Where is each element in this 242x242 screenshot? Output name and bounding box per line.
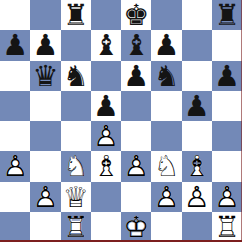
square-a5[interactable] <box>0 91 30 121</box>
piece-black-knight[interactable]: ♞ <box>61 61 91 91</box>
square-a6[interactable] <box>0 61 30 91</box>
square-c6[interactable]: ♞ <box>61 61 91 91</box>
piece-white-knight[interactable]: ♞♘ <box>61 151 91 181</box>
square-e5[interactable] <box>121 91 151 121</box>
piece-black-pawn[interactable]: ♟ <box>151 30 181 60</box>
square-a3[interactable]: ♟♙ <box>0 151 30 181</box>
square-b6[interactable]: ♛ <box>30 61 60 91</box>
piece-black-knight[interactable]: ♞ <box>151 61 181 91</box>
piece-white-knight[interactable]: ♞♘ <box>151 151 181 181</box>
square-e7[interactable]: ♝ <box>121 30 151 60</box>
piece-white-queen[interactable]: ♛♕ <box>61 182 91 212</box>
square-g2[interactable]: ♟♙ <box>182 182 212 212</box>
square-c1[interactable]: ♜♖ <box>61 212 91 242</box>
square-h6[interactable]: ♟ <box>212 61 242 91</box>
piece-black-bishop[interactable]: ♝ <box>121 30 151 60</box>
piece-black-rook[interactable]: ♜ <box>212 0 242 30</box>
square-h8[interactable]: ♜ <box>212 0 242 30</box>
piece-black-king[interactable]: ♚ <box>121 0 151 30</box>
square-a4[interactable] <box>0 121 30 151</box>
square-h3[interactable] <box>212 151 242 181</box>
chess-board: ♜♚♜♟♟♝♝♟♛♞♟♞♟♟♟♟♙♟♙♞♘♝♗♟♙♞♘♝♗♟♙♛♕♟♙♟♙♟♙♜… <box>0 0 242 242</box>
square-f2[interactable]: ♟♙ <box>151 182 181 212</box>
square-c2[interactable]: ♛♕ <box>61 182 91 212</box>
square-e2[interactable] <box>121 182 151 212</box>
square-c5[interactable] <box>61 91 91 121</box>
square-h4[interactable] <box>212 121 242 151</box>
square-f6[interactable]: ♞ <box>151 61 181 91</box>
piece-white-pawn[interactable]: ♟♙ <box>30 182 60 212</box>
square-d6[interactable] <box>91 61 121 91</box>
square-f8[interactable] <box>151 0 181 30</box>
square-h1[interactable]: ♜♖ <box>212 212 242 242</box>
square-f5[interactable] <box>151 91 181 121</box>
piece-white-pawn[interactable]: ♟♙ <box>91 121 121 151</box>
square-d5[interactable]: ♟ <box>91 91 121 121</box>
square-e4[interactable] <box>121 121 151 151</box>
square-g7[interactable] <box>182 30 212 60</box>
square-g6[interactable] <box>182 61 212 91</box>
square-g1[interactable] <box>182 212 212 242</box>
piece-white-pawn[interactable]: ♟♙ <box>121 151 151 181</box>
chess-board-wrap: ♜♚♜♟♟♝♝♟♛♞♟♞♟♟♟♟♙♟♙♞♘♝♗♟♙♞♘♝♗♟♙♛♕♟♙♟♙♟♙♜… <box>0 0 242 242</box>
square-h7[interactable] <box>212 30 242 60</box>
piece-white-pawn[interactable]: ♟♙ <box>212 182 242 212</box>
square-e6[interactable]: ♟ <box>121 61 151 91</box>
square-h5[interactable] <box>212 91 242 121</box>
piece-black-pawn[interactable]: ♟ <box>182 91 212 121</box>
square-d1[interactable] <box>91 212 121 242</box>
square-b5[interactable] <box>30 91 60 121</box>
square-c8[interactable]: ♜ <box>61 0 91 30</box>
piece-white-bishop[interactable]: ♝♗ <box>91 151 121 181</box>
piece-white-rook[interactable]: ♜♖ <box>61 212 91 242</box>
piece-black-pawn[interactable]: ♟ <box>0 30 30 60</box>
square-d8[interactable] <box>91 0 121 30</box>
square-f3[interactable]: ♞♘ <box>151 151 181 181</box>
square-c7[interactable] <box>61 30 91 60</box>
piece-white-rook[interactable]: ♜♖ <box>212 212 242 242</box>
square-b1[interactable] <box>30 212 60 242</box>
piece-white-pawn[interactable]: ♟♙ <box>182 182 212 212</box>
square-c4[interactable] <box>61 121 91 151</box>
square-e8[interactable]: ♚ <box>121 0 151 30</box>
piece-white-king[interactable]: ♚♔ <box>121 212 151 242</box>
square-b8[interactable] <box>30 0 60 30</box>
piece-black-pawn[interactable]: ♟ <box>121 61 151 91</box>
piece-black-queen[interactable]: ♛ <box>30 61 60 91</box>
piece-white-pawn[interactable]: ♟♙ <box>0 151 30 181</box>
square-g3[interactable]: ♝♗ <box>182 151 212 181</box>
piece-white-pawn[interactable]: ♟♙ <box>151 182 181 212</box>
piece-black-pawn[interactable]: ♟ <box>30 30 60 60</box>
square-c3[interactable]: ♞♘ <box>61 151 91 181</box>
square-a8[interactable] <box>0 0 30 30</box>
piece-black-bishop[interactable]: ♝ <box>91 30 121 60</box>
square-f4[interactable] <box>151 121 181 151</box>
square-d2[interactable] <box>91 182 121 212</box>
square-a7[interactable]: ♟ <box>0 30 30 60</box>
square-d7[interactable]: ♝ <box>91 30 121 60</box>
square-d3[interactable]: ♝♗ <box>91 151 121 181</box>
square-b4[interactable] <box>30 121 60 151</box>
square-f1[interactable] <box>151 212 181 242</box>
square-d4[interactable]: ♟♙ <box>91 121 121 151</box>
square-e3[interactable]: ♟♙ <box>121 151 151 181</box>
square-g4[interactable] <box>182 121 212 151</box>
square-b2[interactable]: ♟♙ <box>30 182 60 212</box>
piece-black-pawn[interactable]: ♟ <box>91 91 121 121</box>
square-g5[interactable]: ♟ <box>182 91 212 121</box>
square-g8[interactable] <box>182 0 212 30</box>
square-h2[interactable]: ♟♙ <box>212 182 242 212</box>
square-b7[interactable]: ♟ <box>30 30 60 60</box>
board-right-border <box>241 0 242 242</box>
piece-white-bishop[interactable]: ♝♗ <box>182 151 212 181</box>
piece-black-pawn[interactable]: ♟ <box>212 61 242 91</box>
square-e1[interactable]: ♚♔ <box>121 212 151 242</box>
square-a2[interactable] <box>0 182 30 212</box>
square-f7[interactable]: ♟ <box>151 30 181 60</box>
square-b3[interactable] <box>30 151 60 181</box>
square-a1[interactable] <box>0 212 30 242</box>
piece-black-rook[interactable]: ♜ <box>61 0 91 30</box>
